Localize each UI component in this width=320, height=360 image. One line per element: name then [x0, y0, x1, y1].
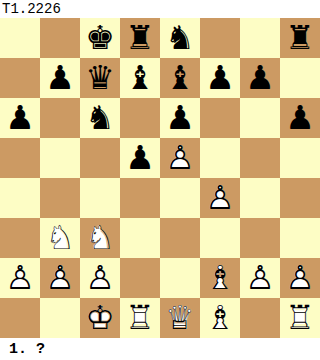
square-h5[interactable]: [280, 138, 320, 178]
black-bishop-piece: ♝: [160, 58, 200, 98]
square-d3[interactable]: [120, 218, 160, 258]
square-g1[interactable]: [240, 298, 280, 338]
square-b7[interactable]: ♟: [40, 58, 80, 98]
square-c6[interactable]: ♞: [80, 98, 120, 138]
square-a2[interactable]: ♟♙: [0, 258, 40, 298]
black-pawn-piece: ♟: [200, 58, 240, 98]
square-g8[interactable]: [240, 18, 280, 58]
white-bishop-piece: ♗: [200, 298, 240, 338]
square-a8[interactable]: [0, 18, 40, 58]
square-h3[interactable]: [280, 218, 320, 258]
square-c4[interactable]: [80, 178, 120, 218]
square-e7[interactable]: ♝: [160, 58, 200, 98]
square-h4[interactable]: [280, 178, 320, 218]
black-pawn-piece: ♟: [40, 58, 80, 98]
square-c3[interactable]: ♞♘: [80, 218, 120, 258]
white-queen-piece: ♕: [160, 298, 200, 338]
white-knight-piece: ♘: [80, 218, 120, 258]
square-e3[interactable]: [160, 218, 200, 258]
chess-board: ♚♜♞♜♟♛♝♝♟♟♟♞♟♟♟♟♙♟♙♞♘♞♘♟♙♟♙♟♙♝♗♟♙♟♙♚♔♜♖♛…: [0, 18, 320, 338]
square-f1[interactable]: ♝♗: [200, 298, 240, 338]
square-h2[interactable]: ♟♙: [280, 258, 320, 298]
square-h1[interactable]: ♜♖: [280, 298, 320, 338]
black-knight-piece: ♞: [80, 98, 120, 138]
square-f3[interactable]: [200, 218, 240, 258]
square-g7[interactable]: ♟: [240, 58, 280, 98]
square-h7[interactable]: [280, 58, 320, 98]
white-pawn-piece: ♙: [40, 258, 80, 298]
square-c7[interactable]: ♛: [80, 58, 120, 98]
puzzle-title: T1.2226: [2, 0, 61, 18]
square-h8[interactable]: ♜: [280, 18, 320, 58]
black-queen-piece: ♛: [80, 58, 120, 98]
white-rook-piece: ♖: [280, 298, 320, 338]
square-b3[interactable]: ♞♘: [40, 218, 80, 258]
chess-puzzle-page: T1.2226 ♚♜♞♜♟♛♝♝♟♟♟♞♟♟♟♟♙♟♙♞♘♞♘♟♙♟♙♟♙♝♗♟…: [0, 0, 320, 360]
white-pawn-piece: ♙: [240, 258, 280, 298]
square-d1[interactable]: ♜♖: [120, 298, 160, 338]
square-e5[interactable]: ♟♙: [160, 138, 200, 178]
square-g3[interactable]: [240, 218, 280, 258]
square-a3[interactable]: [0, 218, 40, 258]
white-pawn-piece: ♙: [280, 258, 320, 298]
move-prompt: 1. ?: [9, 339, 45, 360]
square-e6[interactable]: ♟: [160, 98, 200, 138]
square-a5[interactable]: [0, 138, 40, 178]
white-pawn-piece: ♙: [160, 138, 200, 178]
white-pawn-piece: ♙: [0, 258, 40, 298]
black-bishop-piece: ♝: [120, 58, 160, 98]
square-f8[interactable]: [200, 18, 240, 58]
square-b6[interactable]: [40, 98, 80, 138]
black-rook-piece: ♜: [280, 18, 320, 58]
square-f7[interactable]: ♟: [200, 58, 240, 98]
square-b4[interactable]: [40, 178, 80, 218]
square-f5[interactable]: [200, 138, 240, 178]
black-rook-piece: ♜: [120, 18, 160, 58]
white-king-piece: ♔: [80, 298, 120, 338]
square-a4[interactable]: [0, 178, 40, 218]
square-f4[interactable]: ♟♙: [200, 178, 240, 218]
square-f6[interactable]: [200, 98, 240, 138]
square-e1[interactable]: ♛♕: [160, 298, 200, 338]
white-pawn-piece: ♙: [200, 178, 240, 218]
square-b8[interactable]: [40, 18, 80, 58]
square-b1[interactable]: [40, 298, 80, 338]
square-c2[interactable]: ♟♙: [80, 258, 120, 298]
black-pawn-piece: ♟: [280, 98, 320, 138]
square-c8[interactable]: ♚: [80, 18, 120, 58]
square-g5[interactable]: [240, 138, 280, 178]
square-a1[interactable]: [0, 298, 40, 338]
square-a6[interactable]: ♟: [0, 98, 40, 138]
white-bishop-piece: ♗: [200, 258, 240, 298]
square-e8[interactable]: ♞: [160, 18, 200, 58]
square-g2[interactable]: ♟♙: [240, 258, 280, 298]
black-pawn-piece: ♟: [160, 98, 200, 138]
square-a7[interactable]: [0, 58, 40, 98]
square-h6[interactable]: ♟: [280, 98, 320, 138]
square-b2[interactable]: ♟♙: [40, 258, 80, 298]
square-d2[interactable]: [120, 258, 160, 298]
black-pawn-piece: ♟: [120, 138, 160, 178]
square-d5[interactable]: ♟: [120, 138, 160, 178]
square-c1[interactable]: ♚♔: [80, 298, 120, 338]
black-knight-piece: ♞: [160, 18, 200, 58]
square-e4[interactable]: [160, 178, 200, 218]
white-rook-piece: ♖: [120, 298, 160, 338]
square-c5[interactable]: [80, 138, 120, 178]
square-d7[interactable]: ♝: [120, 58, 160, 98]
black-pawn-piece: ♟: [240, 58, 280, 98]
square-d4[interactable]: [120, 178, 160, 218]
square-b5[interactable]: [40, 138, 80, 178]
square-d6[interactable]: [120, 98, 160, 138]
square-f2[interactable]: ♝♗: [200, 258, 240, 298]
black-king-piece: ♚: [80, 18, 120, 58]
square-g6[interactable]: [240, 98, 280, 138]
square-d8[interactable]: ♜: [120, 18, 160, 58]
square-e2[interactable]: [160, 258, 200, 298]
white-pawn-piece: ♙: [80, 258, 120, 298]
black-pawn-piece: ♟: [0, 98, 40, 138]
white-knight-piece: ♘: [40, 218, 80, 258]
square-g4[interactable]: [240, 178, 280, 218]
